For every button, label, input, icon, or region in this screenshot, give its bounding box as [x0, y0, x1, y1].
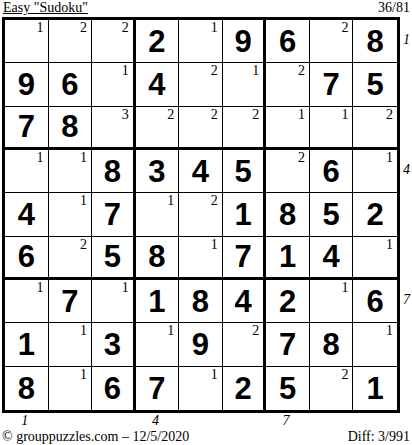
cell-r4c7[interactable]: 2: [266, 150, 310, 193]
given-digit: 1: [353, 367, 397, 410]
given-digit: 1: [136, 280, 179, 322]
pencil-mark: 1: [167, 323, 174, 338]
given-digit: 8: [136, 237, 179, 277]
cell-r6c8[interactable]: 4: [310, 237, 354, 280]
cell-r6c9[interactable]: 1: [353, 237, 397, 280]
given-digit: 4: [5, 193, 48, 235]
cell-r3c6[interactable]: 2: [223, 107, 267, 150]
cell-r4c2[interactable]: 1: [49, 150, 93, 193]
sudoku-board: 1222196289614212757832221121183452614171…: [2, 17, 400, 413]
given-digit: 9: [5, 63, 48, 105]
cell-r2c2[interactable]: 6: [49, 63, 93, 106]
given-digit: 2: [266, 280, 309, 322]
given-digit: 8: [179, 280, 222, 322]
given-digit: 8: [310, 323, 353, 365]
cell-r8c4[interactable]: 1: [136, 323, 180, 366]
cell-r3c9[interactable]: 2: [353, 107, 397, 150]
cell-r8c6[interactable]: 2: [223, 323, 267, 366]
cell-r2c3[interactable]: 1: [92, 63, 136, 106]
cell-r6c3[interactable]: 5: [92, 237, 136, 280]
progress-counter: 36/81: [378, 0, 410, 16]
cell-r6c6[interactable]: 7: [223, 237, 267, 280]
given-digit: 5: [223, 150, 264, 192]
cell-r5c3[interactable]: 7: [92, 193, 136, 236]
pencil-mark: 1: [298, 107, 305, 122]
pencil-mark: 1: [80, 150, 87, 165]
pencil-mark: 1: [80, 367, 87, 382]
pencil-mark: 1: [386, 323, 393, 338]
pencil-mark: 1: [80, 193, 87, 208]
pencil-mark: 1: [211, 367, 218, 382]
given-digit: 1: [266, 237, 309, 277]
cell-r1c3[interactable]: 2: [92, 20, 136, 63]
cell-r1c9[interactable]: 8: [353, 20, 397, 63]
cell-r1c7[interactable]: 6: [266, 20, 310, 63]
cell-r7c9[interactable]: 6: [353, 280, 397, 323]
cell-r6c2[interactable]: 2: [49, 237, 93, 280]
given-digit: 8: [5, 367, 48, 410]
pencil-mark: 3: [122, 107, 129, 122]
given-digit: 8: [49, 107, 92, 147]
given-digit: 7: [223, 237, 264, 277]
cell-r4c4[interactable]: 3: [136, 150, 180, 193]
col-label-7: 7: [283, 413, 290, 429]
given-digit: 6: [92, 367, 133, 410]
given-digit: 4: [179, 150, 222, 192]
given-digit: 2: [223, 367, 264, 410]
pencil-mark: 1: [122, 280, 129, 295]
given-digit: 3: [136, 150, 179, 192]
cell-r5c6[interactable]: 1: [223, 193, 267, 236]
sudoku-page: Easy "Sudoku" 36/81 12221962896142127578…: [0, 0, 412, 445]
cell-r4c5[interactable]: 4: [179, 150, 223, 193]
cell-r4c6[interactable]: 5: [223, 150, 267, 193]
cell-r9c7[interactable]: 5: [266, 367, 310, 410]
cell-r1c1[interactable]: 1: [5, 20, 49, 63]
footer-copyright: © grouppuzzles.com – 12/5/2020: [2, 429, 189, 445]
cell-r2c9[interactable]: 5: [353, 63, 397, 106]
cell-r7c8[interactable]: 1: [310, 280, 354, 323]
given-digit: 6: [49, 63, 92, 105]
given-digit: 4: [310, 237, 353, 277]
row-label-1: 1: [403, 32, 410, 48]
pencil-mark: 2: [386, 107, 393, 122]
given-digit: 6: [353, 280, 397, 322]
puzzle-title: Easy "Sudoku": [3, 0, 88, 16]
given-digit: 7: [266, 323, 309, 365]
cell-r5c8[interactable]: 5: [310, 193, 354, 236]
pencil-mark: 2: [80, 20, 87, 35]
pencil-mark: 2: [341, 367, 348, 382]
cell-r4c3[interactable]: 8: [92, 150, 136, 193]
footer-difficulty: Diff: 3/991: [348, 429, 410, 445]
given-digit: 5: [310, 193, 353, 235]
pencil-mark: 2: [167, 107, 174, 122]
cell-r1c6[interactable]: 9: [223, 20, 267, 63]
cell-r5c2[interactable]: 1: [49, 193, 93, 236]
pencil-mark: 2: [80, 237, 87, 252]
pencil-mark: 1: [37, 150, 44, 165]
given-digit: 5: [92, 237, 133, 277]
pencil-mark: 2: [252, 323, 259, 338]
cell-r9c3[interactable]: 6: [92, 367, 136, 410]
pencil-mark: 2: [122, 20, 129, 35]
pencil-mark: 1: [122, 63, 129, 78]
cell-r8c9[interactable]: 1: [353, 323, 397, 366]
cell-r2c6[interactable]: 1: [223, 63, 267, 106]
pencil-mark: 2: [341, 20, 348, 35]
given-digit: 9: [223, 20, 264, 62]
cell-r8c3[interactable]: 3: [92, 323, 136, 366]
given-digit: 7: [5, 107, 48, 147]
cell-r2c5[interactable]: 2: [179, 63, 223, 106]
given-digit: 4: [223, 280, 264, 322]
given-digit: 1: [223, 193, 264, 235]
row-label-7: 7: [403, 292, 410, 308]
cell-r9c4[interactable]: 7: [136, 367, 180, 410]
cell-r5c5[interactable]: 2: [179, 193, 223, 236]
cell-r9c6[interactable]: 2: [223, 367, 267, 410]
given-digit: 7: [310, 63, 353, 105]
given-digit: 7: [136, 367, 179, 410]
pencil-mark: 1: [37, 20, 44, 35]
cell-r5c1[interactable]: 4: [5, 193, 49, 236]
row-label-4: 4: [403, 162, 410, 178]
given-digit: 1: [5, 323, 48, 365]
given-digit: 2: [353, 193, 397, 235]
cell-r7c5[interactable]: 8: [179, 280, 223, 323]
given-digit: 5: [266, 367, 309, 410]
cell-r8c5[interactable]: 9: [179, 323, 223, 366]
cell-r7c2[interactable]: 7: [49, 280, 93, 323]
cell-r5c7[interactable]: 8: [266, 193, 310, 236]
pencil-mark: 1: [37, 280, 44, 295]
cell-r2c8[interactable]: 7: [310, 63, 354, 106]
pencil-mark: 1: [386, 237, 393, 252]
cell-r6c1[interactable]: 6: [5, 237, 49, 280]
cell-r9c2[interactable]: 1: [49, 367, 93, 410]
given-digit: 2: [136, 20, 179, 62]
given-digit: 7: [92, 193, 133, 235]
given-digit: 8: [353, 20, 397, 62]
cell-r3c1[interactable]: 7: [5, 107, 49, 150]
given-digit: 5: [353, 63, 397, 105]
cell-r7c4[interactable]: 1: [136, 280, 180, 323]
cell-r8c7[interactable]: 7: [266, 323, 310, 366]
cell-r1c4[interactable]: 2: [136, 20, 180, 63]
cell-r6c7[interactable]: 1: [266, 237, 310, 280]
cell-r6c5[interactable]: 1: [179, 237, 223, 280]
cell-r5c9[interactable]: 2: [353, 193, 397, 236]
pencil-mark: 2: [211, 107, 218, 122]
cell-r2c1[interactable]: 9: [5, 63, 49, 106]
given-digit: 7: [49, 280, 92, 322]
pencil-mark: 1: [252, 63, 259, 78]
cell-r9c1[interactable]: 8: [5, 367, 49, 410]
pencil-mark: 1: [341, 107, 348, 122]
cell-r2c7[interactable]: 2: [266, 63, 310, 106]
pencil-mark: 1: [211, 237, 218, 252]
given-digit: 4: [136, 63, 179, 105]
cell-r9c8[interactable]: 2: [310, 367, 354, 410]
cell-r2c4[interactable]: 4: [136, 63, 180, 106]
pencil-mark: 2: [211, 63, 218, 78]
given-digit: 6: [266, 20, 309, 62]
given-digit: 3: [92, 323, 133, 365]
cell-r4c1[interactable]: 1: [5, 150, 49, 193]
pencil-mark: 1: [386, 150, 393, 165]
pencil-mark: 1: [167, 193, 174, 208]
col-label-4: 4: [152, 413, 159, 429]
given-digit: 8: [92, 150, 133, 192]
given-digit: 9: [179, 323, 222, 365]
given-digit: 6: [5, 237, 48, 277]
cell-r3c7[interactable]: 1: [266, 107, 310, 150]
pencil-mark: 1: [211, 20, 218, 35]
cell-r1c5[interactable]: 1: [179, 20, 223, 63]
cell-r8c2[interactable]: 1: [49, 323, 93, 366]
cell-r3c3[interactable]: 3: [92, 107, 136, 150]
cell-r8c1[interactable]: 1: [5, 323, 49, 366]
pencil-mark: 2: [252, 107, 259, 122]
cell-r1c2[interactable]: 2: [49, 20, 93, 63]
cell-r9c5[interactable]: 1: [179, 367, 223, 410]
cell-r3c5[interactable]: 2: [179, 107, 223, 150]
cell-r4c8[interactable]: 6: [310, 150, 354, 193]
pencil-mark: 1: [80, 323, 87, 338]
pencil-mark: 2: [211, 193, 218, 208]
cell-r6c4[interactable]: 8: [136, 237, 180, 280]
cell-r3c4[interactable]: 2: [136, 107, 180, 150]
cell-r4c9[interactable]: 1: [353, 150, 397, 193]
pencil-mark: 1: [341, 280, 348, 295]
cell-r7c3[interactable]: 1: [92, 280, 136, 323]
pencil-mark: 2: [298, 150, 305, 165]
given-digit: 6: [310, 150, 353, 192]
col-label-1: 1: [21, 413, 28, 429]
cell-r1c8[interactable]: 2: [310, 20, 354, 63]
cell-r7c6[interactable]: 4: [223, 280, 267, 323]
cell-r7c7[interactable]: 2: [266, 280, 310, 323]
pencil-mark: 2: [298, 63, 305, 78]
cell-r5c4[interactable]: 1: [136, 193, 180, 236]
cell-r9c9[interactable]: 1: [353, 367, 397, 410]
cell-r7c1[interactable]: 1: [5, 280, 49, 323]
given-digit: 8: [266, 193, 309, 235]
cell-r8c8[interactable]: 8: [310, 323, 354, 366]
cell-r3c2[interactable]: 8: [49, 107, 93, 150]
cell-r3c8[interactable]: 1: [310, 107, 354, 150]
